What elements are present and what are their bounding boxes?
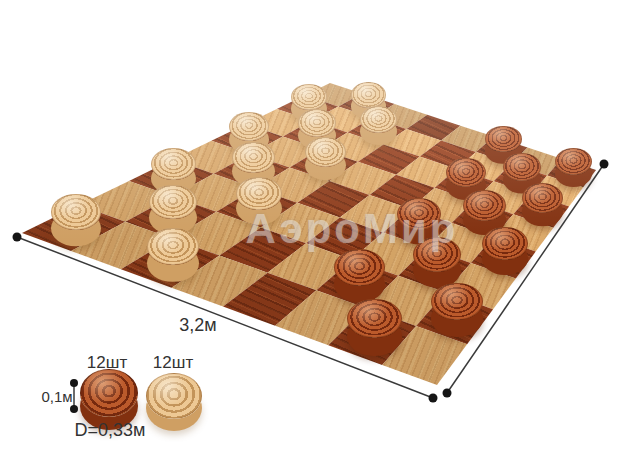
checker-piece-light: [351, 82, 386, 108]
legend-dark-piece: [80, 369, 138, 417]
checker-piece-dark: [431, 283, 483, 321]
dimension-dot: [70, 405, 78, 413]
dimension-dot: [70, 379, 78, 387]
piece-height-dimension-label: 0,1м: [41, 388, 72, 405]
checker-piece-dark: [334, 249, 384, 286]
board-side-dimension-label: 3,2м: [179, 315, 216, 336]
checker-piece-light: [147, 228, 199, 266]
piece-diameter-dimension-label: D=0,33м: [75, 420, 146, 441]
light-piece-count-label: 12шт: [153, 353, 193, 373]
checker-piece-dark: [347, 299, 402, 339]
checker-piece-dark: [446, 158, 486, 188]
watermark-text: АэроМир: [246, 205, 459, 253]
checker-piece-dark: [555, 148, 592, 175]
checker-piece-light: [151, 148, 195, 181]
checker-piece-dark: [485, 126, 522, 153]
legend-light-piece: [146, 373, 202, 419]
checker-piece-dark: [463, 190, 506, 221]
product-photo-stage: АэроМир 3,2м 12шт 12шт 0,1м D=0,33м: [0, 0, 620, 465]
checker-piece-dark: [482, 227, 528, 261]
dark-piece-count-label: 12шт: [87, 353, 127, 373]
checker-piece-light: [51, 194, 101, 231]
checker-piece-dark: [503, 153, 542, 181]
checker-piece-light: [149, 185, 197, 220]
